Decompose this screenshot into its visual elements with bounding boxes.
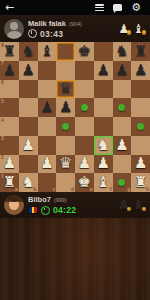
- rank-label: 1: [1, 174, 4, 179]
- square-d3[interactable]: [56, 136, 75, 155]
- square-g7-black-pawn[interactable]: ♟: [113, 61, 132, 80]
- legal-move-dot[interactable]: [62, 123, 69, 130]
- square-a7-black-pawn[interactable]: 7♟: [0, 61, 19, 80]
- square-e5[interactable]: [75, 98, 94, 117]
- black-rook-piece: ♜: [3, 44, 16, 59]
- square-h6[interactable]: [131, 80, 150, 99]
- square-a1-white-rook[interactable]: 1a♜: [0, 173, 19, 192]
- black-pawn-piece: ♟: [59, 100, 72, 115]
- square-f1-white-bishop[interactable]: f♝: [94, 173, 113, 192]
- black-rook-piece: ♜: [134, 44, 147, 59]
- black-bishop-piece: ♝: [40, 44, 53, 59]
- chess-board: 8♜♞♝♚♞♜7♟♟♟♟♟6♛5♟♟43♟♞♟2♟♟♛♟♟♟1a♜b♞cde♚f…: [0, 42, 150, 192]
- square-b2[interactable]: [19, 155, 38, 174]
- square-g3-white-pawn[interactable]: ♟: [113, 136, 132, 155]
- legal-move-dot[interactable]: [118, 179, 125, 186]
- captured-white-bishop-icon: ♝: [133, 23, 144, 35]
- white-queen-piece: ♛: [59, 156, 72, 171]
- square-h8-black-rook[interactable]: ♜: [131, 42, 150, 61]
- square-h7-black-pawn[interactable]: ♟: [131, 61, 150, 80]
- square-b4[interactable]: [19, 117, 38, 136]
- square-b7-black-pawn[interactable]: ♟: [19, 61, 38, 80]
- square-a6[interactable]: 6: [0, 80, 19, 99]
- square-a8-black-rook[interactable]: 8♜: [0, 42, 19, 61]
- opponent-avatar: [4, 19, 24, 39]
- opponent-info-bar: Malik falak (904) 03:43 ♟ ♝: [0, 15, 150, 42]
- black-pawn-piece: ♟: [115, 63, 128, 78]
- square-e1-white-king[interactable]: e♚: [75, 173, 94, 192]
- square-c6[interactable]: [38, 80, 57, 99]
- square-d6-black-queen[interactable]: ♛: [56, 80, 75, 99]
- white-pawn-piece: ♟: [40, 156, 53, 171]
- captured-white-pawn-icon: ♟: [118, 23, 129, 35]
- square-c3[interactable]: [38, 136, 57, 155]
- chat-icon[interactable]: [113, 4, 122, 11]
- square-c8-black-bishop[interactable]: ♝: [38, 42, 57, 61]
- square-f7-black-pawn[interactable]: ♟: [94, 61, 113, 80]
- square-h2-white-pawn[interactable]: ♟: [131, 155, 150, 174]
- square-d5-black-pawn[interactable]: ♟: [56, 98, 75, 117]
- square-c7[interactable]: [38, 61, 57, 80]
- square-c2-white-pawn[interactable]: ♟: [38, 155, 57, 174]
- square-g5[interactable]: [113, 98, 132, 117]
- square-g1[interactable]: g: [113, 173, 132, 192]
- rank-label: 7: [1, 61, 4, 66]
- black-pawn-piece: ♟: [21, 63, 34, 78]
- square-d2-white-queen[interactable]: ♛: [56, 155, 75, 174]
- captured-black-bishop-icon: ♝: [133, 199, 144, 211]
- app-screen: ← ⚙ Malik falak (904) 03:43 ♟ ♝ 8♜♞♝♚♞♜7…: [0, 0, 150, 300]
- square-g2[interactable]: [113, 155, 132, 174]
- opponent-clock-time: 03:43: [40, 29, 63, 39]
- square-e6[interactable]: [75, 80, 94, 99]
- file-label: c: [52, 187, 55, 192]
- square-f4[interactable]: [94, 117, 113, 136]
- white-pawn-piece: ♟: [3, 156, 16, 171]
- black-pawn-piece: ♟: [96, 63, 109, 78]
- file-label: e: [90, 187, 93, 192]
- square-e2-white-pawn[interactable]: ♟: [75, 155, 94, 174]
- white-pawn-piece: ♟: [96, 156, 109, 171]
- white-pawn-piece: ♟: [21, 138, 34, 153]
- rank-label: 6: [1, 80, 4, 85]
- clock-icon: [28, 29, 37, 38]
- player-clock: 04:22: [28, 205, 76, 215]
- square-h5[interactable]: [131, 98, 150, 117]
- square-b5[interactable]: [19, 98, 38, 117]
- player-clock-time: 04:22: [53, 205, 76, 215]
- file-label: f: [110, 187, 112, 192]
- romania-flag-icon: [28, 206, 38, 214]
- player-avatar: [4, 195, 24, 215]
- black-pawn-piece: ♟: [134, 63, 147, 78]
- opponent-clock: 03:43: [28, 29, 82, 39]
- captured-black-pawn-icon: ♟: [118, 199, 129, 211]
- settings-gear-icon[interactable]: ⚙: [131, 2, 141, 13]
- square-e8-black-king[interactable]: ♚: [75, 42, 94, 61]
- rank-label: 5: [1, 99, 4, 104]
- file-label: b: [33, 187, 36, 192]
- legal-move-dot[interactable]: [137, 123, 144, 130]
- square-h3[interactable]: [131, 136, 150, 155]
- black-knight-piece: ♞: [21, 44, 34, 59]
- opponent-rating: (904): [69, 21, 82, 27]
- legal-move-dot[interactable]: [118, 104, 125, 111]
- square-g4[interactable]: [113, 117, 132, 136]
- player-captured-tray: ♟ ♝: [118, 199, 144, 211]
- player-rating: (999): [54, 197, 67, 203]
- rank-label: 4: [1, 118, 4, 123]
- move-list-icon[interactable]: [95, 4, 104, 11]
- black-knight-piece: ♞: [115, 44, 128, 59]
- square-h4[interactable]: [131, 117, 150, 136]
- square-b6[interactable]: [19, 80, 38, 99]
- clock-icon: [41, 206, 50, 215]
- player-info-bar: Bilbo7 (999) 04:22 ♟ ♝: [0, 192, 150, 218]
- square-f5[interactable]: [94, 98, 113, 117]
- file-label: g: [127, 187, 130, 192]
- black-king-piece: ♚: [78, 44, 91, 59]
- square-d4[interactable]: [56, 117, 75, 136]
- white-pawn-piece: ♟: [134, 156, 147, 171]
- square-d8[interactable]: [56, 42, 75, 61]
- square-e7[interactable]: [75, 61, 94, 80]
- back-arrow-icon[interactable]: ←: [5, 2, 14, 13]
- file-label: d: [71, 187, 74, 192]
- square-b3-white-pawn[interactable]: ♟: [19, 136, 38, 155]
- square-b1-white-knight[interactable]: b♞: [19, 173, 38, 192]
- legal-move-dot[interactable]: [81, 104, 88, 111]
- player-name: Bilbo7: [28, 195, 51, 204]
- white-knight-piece: ♞: [96, 138, 109, 153]
- file-label: a: [15, 187, 18, 192]
- square-e3[interactable]: [75, 136, 94, 155]
- square-c4[interactable]: [38, 117, 57, 136]
- square-c1[interactable]: c: [38, 173, 57, 192]
- square-f8[interactable]: [94, 42, 113, 61]
- square-g8-black-knight[interactable]: ♞: [113, 42, 132, 61]
- opponent-captured-tray: ♟ ♝: [118, 23, 144, 35]
- square-g6[interactable]: [113, 80, 132, 99]
- square-e4[interactable]: [75, 117, 94, 136]
- white-pawn-piece: ♟: [115, 138, 128, 153]
- square-b8-black-knight[interactable]: ♞: [19, 42, 38, 61]
- square-a3[interactable]: 3: [0, 136, 19, 155]
- rank-label: 8: [1, 43, 4, 48]
- opponent-name: Malik falak: [28, 19, 66, 28]
- rank-label: 2: [1, 155, 4, 160]
- white-pawn-piece: ♟: [78, 156, 91, 171]
- square-a5[interactable]: 5: [0, 98, 19, 117]
- square-c5-black-pawn[interactable]: ♟: [38, 98, 57, 117]
- white-bishop-piece: ♝: [96, 175, 109, 190]
- square-h1-white-rook[interactable]: h♜: [131, 173, 150, 192]
- square-a2-white-pawn[interactable]: 2♟: [0, 155, 19, 174]
- square-f3-white-knight[interactable]: ♞: [94, 136, 113, 155]
- black-pawn-piece: ♟: [40, 100, 53, 115]
- black-queen-piece: ♛: [59, 81, 72, 96]
- rank-label: 3: [1, 136, 4, 141]
- square-d7[interactable]: [56, 61, 75, 80]
- file-label: h: [146, 187, 149, 192]
- square-f6[interactable]: [94, 80, 113, 99]
- black-pawn-piece: ♟: [3, 63, 16, 78]
- square-f2-white-pawn[interactable]: ♟: [94, 155, 113, 174]
- square-a4[interactable]: 4: [0, 117, 19, 136]
- top-system-bar: ← ⚙: [0, 0, 150, 15]
- square-d1[interactable]: d: [56, 173, 75, 192]
